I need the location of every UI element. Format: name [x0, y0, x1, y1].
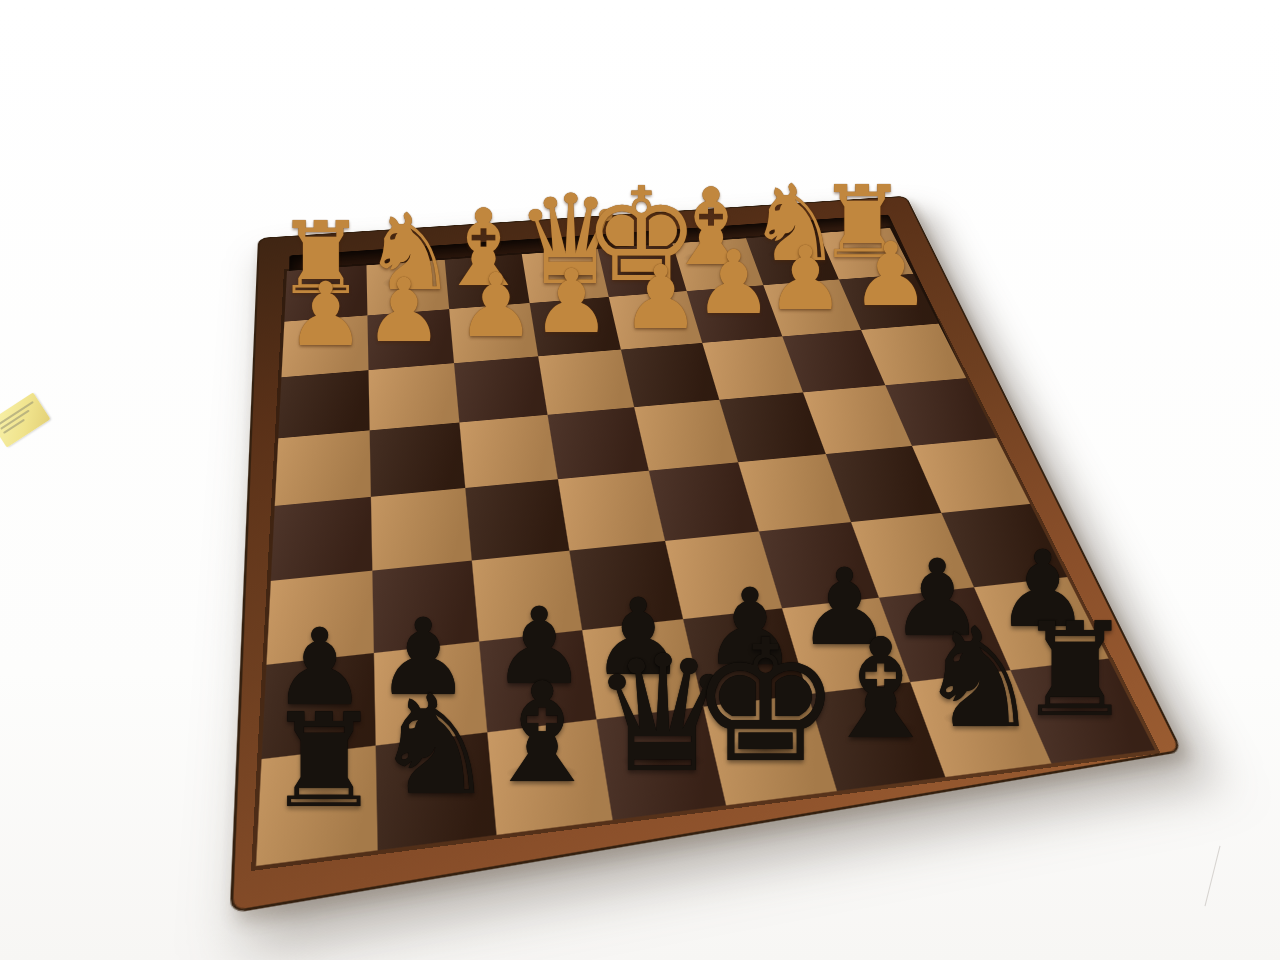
background-scratch: [1205, 846, 1221, 906]
photo-scene: ♜♞♝♛♚♝♞♜♟♟♟♟♟♟♟♟♟♟♟♟♟♟♟♟♜♞♝♛♚♝♞♜: [0, 0, 1280, 960]
square-r3c2-light[interactable]: [459, 415, 558, 488]
square-r3c1-dark[interactable]: [370, 423, 466, 497]
square-r2c3-light[interactable]: [538, 350, 634, 415]
square-r3c3-dark[interactable]: [548, 407, 649, 479]
white-pawn-r1c3[interactable]: ♟: [532, 257, 611, 345]
black-rook-r7c7[interactable]: ♜: [1017, 605, 1134, 735]
white-pawn-r1c5[interactable]: ♟: [694, 239, 773, 327]
square-r4c3-light[interactable]: [558, 471, 665, 551]
square-r4c2-dark[interactable]: [465, 479, 569, 560]
black-knight-r7c1[interactable]: ♞: [373, 677, 497, 815]
square-r2c2-dark[interactable]: [454, 356, 548, 422]
white-pawn-r1c1[interactable]: ♟: [364, 266, 443, 354]
square-r3c0-light[interactable]: [275, 430, 371, 506]
black-rook-r7c0[interactable]: ♜: [266, 696, 383, 826]
white-pawn-r1c2[interactable]: ♟: [456, 262, 535, 350]
white-pawn-r1c6[interactable]: ♟: [766, 235, 845, 323]
square-r2c1-light[interactable]: [368, 363, 459, 430]
white-pawn-r1c4[interactable]: ♟: [621, 253, 700, 341]
black-bishop-r7c2[interactable]: ♝: [480, 665, 604, 803]
square-r2c0-dark[interactable]: [278, 370, 369, 438]
auction-sticker: [0, 392, 51, 447]
white-pawn-r1c0[interactable]: ♟: [286, 271, 365, 359]
square-r4c1-light[interactable]: [371, 488, 472, 571]
square-r4c0-dark[interactable]: [271, 497, 372, 581]
white-pawn-r1c7[interactable]: ♟: [851, 231, 930, 319]
